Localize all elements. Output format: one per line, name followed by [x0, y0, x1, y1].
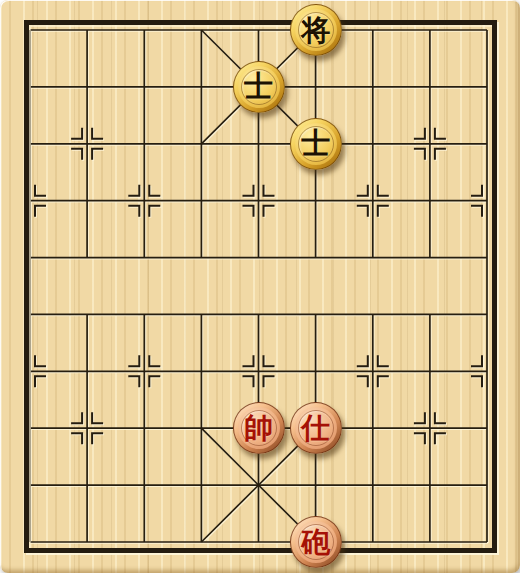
piece-red-general[interactable]: 帥: [233, 402, 285, 454]
piece-black-advisor-a[interactable]: 士: [233, 61, 285, 113]
xiangqi-board[interactable]: 将 士 士 帥 仕 砲: [0, 0, 520, 573]
piece-black-advisor-b[interactable]: 士: [290, 118, 342, 170]
piece-glyph: 砲: [291, 517, 341, 567]
piece-glyph: 仕: [291, 403, 341, 453]
piece-glyph: 帥: [234, 403, 284, 453]
piece-glyph: 将: [291, 5, 341, 55]
piece-glyph: 士: [291, 119, 341, 169]
piece-red-advisor[interactable]: 仕: [290, 402, 342, 454]
piece-red-cannon[interactable]: 砲: [290, 516, 342, 568]
piece-glyph: 士: [234, 62, 284, 112]
piece-black-general[interactable]: 将: [290, 4, 342, 56]
